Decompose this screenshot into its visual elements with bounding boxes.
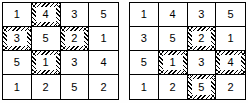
cell-number: 5 [14,57,20,68]
cell-number: 5 [198,82,204,93]
cell-number: 3 [71,9,77,20]
left-grid-cell-r4c1[interactable]: 1 [3,75,32,99]
right-grid-cell-r1c2[interactable]: 4 [159,3,188,27]
left-grid-cell-r1c2[interactable]: 4 [32,3,61,27]
left-grid-cell-r3c2[interactable]: 1 [32,51,61,75]
right-grid-cell-r4c1[interactable]: 1 [130,75,159,99]
cell-number: 5 [43,33,49,44]
left-grid: 1435352151341252 [2,2,119,100]
left-grid-cell-r2c2[interactable]: 5 [32,27,61,51]
right-grid-cell-r4c3[interactable]: 5 [188,75,217,99]
cell-number: 1 [170,57,176,68]
left-grid-cell-r3c4[interactable]: 4 [89,51,118,75]
left-grid-cell-r2c1[interactable]: 3 [3,27,32,51]
left-grid-cell-r1c4[interactable]: 5 [89,3,118,27]
left-grid-cell-r1c3[interactable]: 3 [61,3,90,27]
cell-number: 4 [228,57,234,68]
cell-number: 1 [43,57,49,68]
left-grid-cell-r3c1[interactable]: 5 [3,51,32,75]
right-grid-cell-r4c2[interactable]: 2 [159,75,188,99]
cell-number: 4 [43,9,49,20]
cell-number: 2 [101,82,107,93]
left-grid-cell-r4c2[interactable]: 2 [32,75,61,99]
cell-number: 1 [228,33,234,44]
right-grid-cell-r1c4[interactable]: 5 [216,3,245,27]
left-grid-cell-r4c3[interactable]: 5 [61,75,90,99]
right-grid-cell-r4c4[interactable]: 2 [216,75,245,99]
right-grid-cell-r1c3[interactable]: 3 [188,3,217,27]
cell-number: 1 [14,82,20,93]
cell-number: 2 [170,82,176,93]
cell-number: 2 [43,82,49,93]
cell-number: 3 [14,33,20,44]
right-grid-cell-r2c1[interactable]: 3 [130,27,159,51]
cell-number: 1 [14,9,20,20]
right-grid: 1435352151341252 [129,2,246,100]
right-grid-cell-r3c3[interactable]: 3 [188,51,217,75]
left-grid-cell-r3c3[interactable]: 3 [61,51,90,75]
cell-number: 2 [71,33,77,44]
cell-number: 4 [101,57,107,68]
cell-number: 3 [198,57,204,68]
right-grid-cell-r3c1[interactable]: 5 [130,51,159,75]
left-grid-cell-r1c1[interactable]: 1 [3,3,32,27]
cell-number: 5 [170,33,176,44]
puzzle-diagram: 1435352151341252 1435352151341252 [0,0,248,103]
right-grid-cell-r2c4[interactable]: 1 [216,27,245,51]
cell-number: 5 [71,82,77,93]
cell-number: 3 [71,57,77,68]
cell-number: 5 [228,9,234,20]
cell-number: 3 [198,9,204,20]
cell-number: 2 [198,33,204,44]
left-grid-cell-r2c3[interactable]: 2 [61,27,90,51]
cell-number: 2 [228,82,234,93]
cell-number: 4 [170,9,176,20]
cell-number: 5 [141,57,147,68]
right-grid-cell-r3c4[interactable]: 4 [216,51,245,75]
left-grid-cell-r2c4[interactable]: 1 [89,27,118,51]
cell-number: 1 [141,82,147,93]
right-grid-cell-r3c2[interactable]: 1 [159,51,188,75]
right-grid-cell-r2c2[interactable]: 5 [159,27,188,51]
right-grid-cell-r2c3[interactable]: 2 [188,27,217,51]
cell-number: 5 [101,9,107,20]
cell-number: 3 [141,33,147,44]
right-grid-cell-r1c1[interactable]: 1 [130,3,159,27]
cell-number: 1 [101,33,107,44]
left-grid-cell-r4c4[interactable]: 2 [89,75,118,99]
cell-number: 1 [141,9,147,20]
